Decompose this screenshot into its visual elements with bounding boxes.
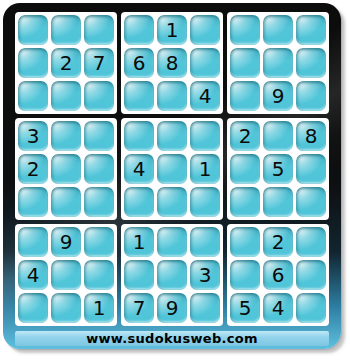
cell-r7c7[interactable] [230,227,260,257]
cell-r6c5[interactable] [157,187,187,217]
cell-r1c8[interactable] [263,15,293,45]
box-r3c1: 941 [15,224,117,326]
cell-digit: 8 [305,126,318,146]
cell-r1c6[interactable] [190,15,220,45]
cell-r5c8[interactable]: 5 [263,154,293,184]
box-r2c2: 41 [121,118,223,220]
cell-r5c7[interactable] [230,154,260,184]
cell-r2c4[interactable]: 6 [124,48,154,78]
cell-r9c4[interactable]: 7 [124,293,154,323]
cell-r3c6[interactable]: 4 [190,81,220,111]
cell-digit: 4 [199,86,212,106]
cell-r2c9[interactable] [296,48,326,78]
cell-r6c7[interactable] [230,187,260,217]
cell-r7c4[interactable]: 1 [124,227,154,257]
cell-digit: 4 [133,159,146,179]
cell-r9c3[interactable]: 1 [84,293,114,323]
cell-r9c5[interactable]: 9 [157,293,187,323]
cell-digit: 4 [27,265,40,285]
cell-r9c9[interactable] [296,293,326,323]
cell-r7c3[interactable] [84,227,114,257]
cell-r3c7[interactable] [230,81,260,111]
cell-r5c4[interactable]: 4 [124,154,154,184]
cell-digit: 1 [93,298,106,318]
cell-r7c5[interactable] [157,227,187,257]
cell-r8c9[interactable] [296,260,326,290]
cell-r1c3[interactable] [84,15,114,45]
cell-r3c2[interactable] [51,81,81,111]
cell-digit: 3 [199,265,212,285]
cell-r6c1[interactable] [18,187,48,217]
cell-digit: 6 [133,53,146,73]
cell-r4c2[interactable] [51,121,81,151]
cell-digit: 4 [272,298,285,318]
cell-digit: 5 [272,159,285,179]
cell-r8c8[interactable]: 6 [263,260,293,290]
cell-r4c9[interactable]: 8 [296,121,326,151]
cell-r2c1[interactable] [18,48,48,78]
cell-r2c8[interactable] [263,48,293,78]
box-r1c1: 27 [15,12,117,114]
cell-r6c6[interactable] [190,187,220,217]
box-r2c1: 32 [15,118,117,220]
cell-r8c6[interactable]: 3 [190,260,220,290]
cell-r2c5[interactable]: 8 [157,48,187,78]
cell-r8c7[interactable] [230,260,260,290]
cell-r4c8[interactable] [263,121,293,151]
box-r3c3: 2654 [227,224,329,326]
cell-r3c9[interactable] [296,81,326,111]
cell-r2c7[interactable] [230,48,260,78]
cell-r4c6[interactable] [190,121,220,151]
cell-r8c1[interactable]: 4 [18,260,48,290]
cell-r8c2[interactable] [51,260,81,290]
cell-digit: 2 [60,53,73,73]
cell-r6c4[interactable] [124,187,154,217]
cell-r5c2[interactable] [51,154,81,184]
cell-r5c3[interactable] [84,154,114,184]
cell-digit: 1 [199,159,212,179]
cell-r1c5[interactable]: 1 [157,15,187,45]
cell-r8c4[interactable] [124,260,154,290]
cell-r2c3[interactable]: 7 [84,48,114,78]
cell-r6c8[interactable] [263,187,293,217]
cell-r9c6[interactable] [190,293,220,323]
cell-r4c4[interactable] [124,121,154,151]
cell-r5c9[interactable] [296,154,326,184]
cell-digit: 7 [133,298,146,318]
cell-r6c9[interactable] [296,187,326,217]
site-url[interactable]: www.sudokusweb.com [86,331,258,346]
box-r1c3: 9 [227,12,329,114]
cell-digit: 9 [166,298,179,318]
cell-r8c5[interactable] [157,260,187,290]
cell-r1c7[interactable] [230,15,260,45]
cell-digit: 6 [272,265,285,285]
cell-r7c6[interactable] [190,227,220,257]
cell-r6c2[interactable] [51,187,81,217]
cell-r5c5[interactable] [157,154,187,184]
cell-r9c8[interactable]: 4 [263,293,293,323]
cell-r2c6[interactable] [190,48,220,78]
cell-r2c2[interactable]: 2 [51,48,81,78]
cell-r3c8[interactable]: 9 [263,81,293,111]
cell-digit: 2 [27,159,40,179]
cell-digit: 2 [272,232,285,252]
cell-r7c1[interactable] [18,227,48,257]
box-r2c3: 285 [227,118,329,220]
cell-digit: 5 [239,298,252,318]
cell-r4c7[interactable]: 2 [230,121,260,151]
cell-r1c4[interactable] [124,15,154,45]
footer-band: www.sudokusweb.com [15,331,329,346]
cell-r9c2[interactable] [51,293,81,323]
cell-r3c3[interactable] [84,81,114,111]
cell-digit: 1 [133,232,146,252]
cell-digit: 1 [166,20,179,40]
cell-digit: 2 [239,126,252,146]
cell-r7c8[interactable]: 2 [263,227,293,257]
cell-digit: 7 [93,53,106,73]
cell-r8c3[interactable] [84,260,114,290]
cell-r5c6[interactable]: 1 [190,154,220,184]
sudoku-grid: 2716849324128594113792654 [15,12,329,326]
cell-r3c4[interactable] [124,81,154,111]
page-background: 2716849324128594113792654 www.sudokusweb… [0,0,350,360]
cell-r5c1[interactable]: 2 [18,154,48,184]
cell-r3c5[interactable] [157,81,187,111]
box-r1c2: 1684 [121,12,223,114]
cell-digit: 9 [272,86,285,106]
cell-r9c1[interactable] [18,293,48,323]
cell-r9c7[interactable]: 5 [230,293,260,323]
cell-digit: 3 [27,126,40,146]
cell-r1c9[interactable] [296,15,326,45]
cell-r4c3[interactable] [84,121,114,151]
sudoku-window: 2716849324128594113792654 www.sudokusweb… [3,3,341,349]
cell-r4c5[interactable] [157,121,187,151]
cell-r1c2[interactable] [51,15,81,45]
cell-r4c1[interactable]: 3 [18,121,48,151]
cell-digit: 8 [166,53,179,73]
cell-r3c1[interactable] [18,81,48,111]
cell-r7c2[interactable]: 9 [51,227,81,257]
cell-r6c3[interactable] [84,187,114,217]
cell-r1c1[interactable] [18,15,48,45]
box-r3c2: 1379 [121,224,223,326]
cell-digit: 9 [60,232,73,252]
cell-r7c9[interactable] [296,227,326,257]
